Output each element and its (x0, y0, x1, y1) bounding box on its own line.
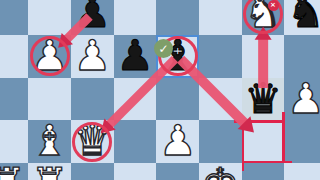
square-b5[interactable] (28, 0, 71, 35)
piece-wB-b2[interactable]: ♝ (31, 120, 69, 163)
square-d2[interactable] (114, 120, 157, 163)
square-d4[interactable]: ♟ (114, 35, 157, 78)
square-f3[interactable] (199, 78, 242, 121)
square-d5[interactable] (114, 0, 157, 35)
square-h2[interactable] (284, 120, 320, 163)
piece-wR-a1[interactable]: ♜ (0, 163, 26, 180)
piece-wP-h3[interactable]: ♟ (287, 78, 320, 121)
square-e1[interactable] (156, 163, 199, 180)
square-c2[interactable]: ♛ (71, 120, 114, 163)
square-a5[interactable] (0, 0, 28, 35)
square-f2[interactable] (199, 120, 242, 163)
piece-wK-f1[interactable]: ♚ (202, 163, 240, 180)
square-b1[interactable]: ♜ (28, 163, 71, 180)
piece-bP-c5[interactable]: ♟ (74, 0, 112, 35)
square-d3[interactable] (114, 78, 157, 121)
square-e3[interactable] (156, 78, 199, 121)
piece-bN-h5[interactable]: ♞ (287, 0, 320, 35)
piece-bQ-g3[interactable]: ♛ (244, 78, 282, 121)
square-h3[interactable]: ♟ (284, 78, 320, 121)
target-square-bottom-line (242, 161, 293, 164)
square-b4[interactable]: ♟ (28, 35, 71, 78)
square-e2[interactable]: ♟ (156, 120, 199, 163)
square-c1[interactable] (71, 163, 114, 180)
square-g5[interactable]: ♞ (242, 0, 285, 35)
square-b2[interactable]: ♝ (28, 120, 71, 163)
piece-wQ-c2[interactable]: ♛ (74, 120, 112, 163)
square-a3[interactable] (0, 78, 28, 121)
square-h5[interactable]: ♞ (284, 0, 320, 35)
square-b3[interactable] (28, 78, 71, 121)
square-c3[interactable] (71, 78, 114, 121)
piece-wN-g5[interactable]: ♞ (244, 0, 282, 35)
square-h4[interactable] (284, 35, 320, 78)
square-a1[interactable]: ♜ (0, 163, 28, 180)
square-g4[interactable] (242, 35, 285, 78)
piece-wP-b4[interactable]: ♟ (31, 35, 69, 78)
square-g3[interactable]: ♛ (242, 78, 285, 121)
square-d1[interactable] (114, 163, 157, 180)
piece-bP-d4[interactable]: ♟ (116, 35, 154, 78)
square-e5[interactable] (156, 0, 199, 35)
chessboard-viewport: ♟♞♞♟♟♟♝♛♟♝♛♟♜♜♚ ✓× (0, 0, 320, 180)
chess-board: ♟♞♞♟♟♟♝♛♟♝♛♟♜♜♚ (0, 0, 320, 180)
square-c4[interactable]: ♟ (71, 35, 114, 78)
square-h1[interactable] (284, 163, 320, 180)
target-square-left-line (242, 120, 245, 171)
target-square-right-line (282, 112, 285, 163)
square-f1[interactable]: ♚ (199, 163, 242, 180)
selected-square-outline (156, 35, 199, 78)
square-c5[interactable]: ♟ (71, 0, 114, 35)
square-f4[interactable] (199, 35, 242, 78)
square-g2[interactable] (242, 120, 285, 163)
piece-wP-e2[interactable]: ♟ (159, 120, 197, 163)
square-f5[interactable] (199, 0, 242, 35)
square-g1[interactable] (242, 163, 285, 180)
square-a4[interactable] (0, 35, 28, 78)
piece-wR-b1[interactable]: ♜ (31, 163, 69, 180)
piece-wP-c4[interactable]: ♟ (74, 35, 112, 78)
square-a2[interactable] (0, 120, 28, 163)
